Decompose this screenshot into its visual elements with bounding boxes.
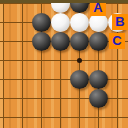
go-board[interactable]: ABC xyxy=(0,0,128,128)
black-stone xyxy=(89,89,108,108)
black-stone xyxy=(32,32,51,51)
board-crop-edge-top xyxy=(0,0,128,3)
white-stone xyxy=(51,13,70,32)
black-stone xyxy=(70,70,89,89)
grid-line-vertical xyxy=(22,0,23,128)
grid-line-horizontal xyxy=(0,98,128,99)
choice-label-c[interactable]: C xyxy=(109,33,125,49)
grid-line-vertical xyxy=(3,0,4,128)
grid-line-horizontal xyxy=(0,117,128,118)
grid-line-horizontal xyxy=(0,60,128,61)
star-point xyxy=(77,58,82,63)
black-stone xyxy=(70,32,89,51)
grid-line-horizontal xyxy=(0,79,128,80)
black-stone xyxy=(89,70,108,89)
black-stone xyxy=(89,32,108,51)
white-stone xyxy=(70,13,89,32)
black-stone xyxy=(32,13,51,32)
black-stone xyxy=(51,32,70,51)
choice-label-b[interactable]: B xyxy=(112,14,128,30)
